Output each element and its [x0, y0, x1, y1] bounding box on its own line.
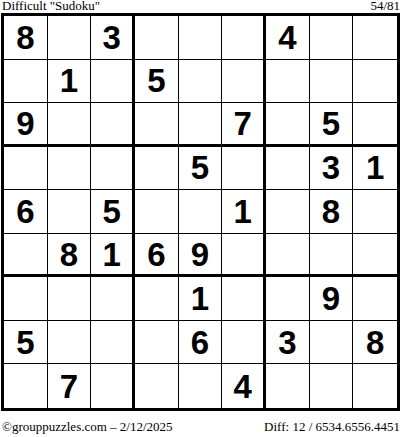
- copyright-text: ©grouppuzzles.com – 2/12/2025: [2, 419, 173, 435]
- cell-r8c3[interactable]: [91, 321, 135, 365]
- cell-r8c7[interactable]: 3: [266, 321, 310, 365]
- cell-r4c6[interactable]: [222, 147, 266, 191]
- page-title: Difficult "Sudoku": [2, 0, 100, 14]
- cell-r5c7[interactable]: [266, 190, 310, 234]
- cell-r3c9[interactable]: [353, 103, 397, 147]
- cell-r8c6[interactable]: [222, 321, 266, 365]
- cell-r6c7[interactable]: [266, 234, 310, 278]
- cell-r2c1[interactable]: [4, 60, 48, 104]
- cell-r9c7[interactable]: [266, 364, 310, 408]
- cell-r9c3[interactable]: [91, 364, 135, 408]
- cell-r4c4[interactable]: [135, 147, 179, 191]
- cell-r6c1[interactable]: [4, 234, 48, 278]
- cell-r5c3[interactable]: 5: [91, 190, 135, 234]
- cell-r1c3[interactable]: 3: [91, 16, 135, 60]
- cell-r8c2[interactable]: [48, 321, 92, 365]
- cell-r2c6[interactable]: [222, 60, 266, 104]
- cell-r1c9[interactable]: [353, 16, 397, 60]
- cell-r6c3[interactable]: 1: [91, 234, 135, 278]
- cell-r7c4[interactable]: [135, 277, 179, 321]
- cell-r2c5[interactable]: [179, 60, 223, 104]
- cell-r3c6[interactable]: 7: [222, 103, 266, 147]
- cell-r6c6[interactable]: [222, 234, 266, 278]
- cell-r1c7[interactable]: 4: [266, 16, 310, 60]
- cell-r6c5[interactable]: 9: [179, 234, 223, 278]
- cell-r9c8[interactable]: [310, 364, 354, 408]
- cell-r6c9[interactable]: [353, 234, 397, 278]
- cell-r3c4[interactable]: [135, 103, 179, 147]
- cell-r2c2[interactable]: 1: [48, 60, 92, 104]
- cell-r6c4[interactable]: 6: [135, 234, 179, 278]
- cell-r1c5[interactable]: [179, 16, 223, 60]
- cell-r3c3[interactable]: [91, 103, 135, 147]
- cell-r7c1[interactable]: [4, 277, 48, 321]
- cell-r4c1[interactable]: [4, 147, 48, 191]
- header: Difficult "Sudoku" 54/81: [2, 0, 400, 14]
- cell-r9c6[interactable]: 4: [222, 364, 266, 408]
- cell-r9c2[interactable]: 7: [48, 364, 92, 408]
- difficulty-text: Diff: 12 / 6534.6556.4451: [264, 419, 400, 435]
- cell-r1c4[interactable]: [135, 16, 179, 60]
- cell-r3c7[interactable]: [266, 103, 310, 147]
- cell-r9c9[interactable]: [353, 364, 397, 408]
- sudoku-page: Difficult "Sudoku" 54/81 834159755316518…: [0, 0, 402, 437]
- remaining-count: 54/81: [370, 0, 400, 14]
- cell-r5c4[interactable]: [135, 190, 179, 234]
- cell-r4c8[interactable]: 3: [310, 147, 354, 191]
- cell-r1c2[interactable]: [48, 16, 92, 60]
- cell-r5c5[interactable]: [179, 190, 223, 234]
- cell-r3c8[interactable]: 5: [310, 103, 354, 147]
- cell-r4c9[interactable]: 1: [353, 147, 397, 191]
- cell-r3c2[interactable]: [48, 103, 92, 147]
- cell-r1c8[interactable]: [310, 16, 354, 60]
- cell-r1c1[interactable]: 8: [4, 16, 48, 60]
- cell-r4c3[interactable]: [91, 147, 135, 191]
- cell-r7c5[interactable]: 1: [179, 277, 223, 321]
- cell-r7c3[interactable]: [91, 277, 135, 321]
- cell-r7c6[interactable]: [222, 277, 266, 321]
- cell-r8c5[interactable]: 6: [179, 321, 223, 365]
- cell-r3c5[interactable]: [179, 103, 223, 147]
- cell-r8c4[interactable]: [135, 321, 179, 365]
- cell-r8c9[interactable]: 8: [353, 321, 397, 365]
- cell-r5c9[interactable]: [353, 190, 397, 234]
- cell-r8c8[interactable]: [310, 321, 354, 365]
- cell-r4c2[interactable]: [48, 147, 92, 191]
- cell-r9c4[interactable]: [135, 364, 179, 408]
- cell-r6c2[interactable]: 8: [48, 234, 92, 278]
- cell-r4c5[interactable]: 5: [179, 147, 223, 191]
- cell-r3c1[interactable]: 9: [4, 103, 48, 147]
- cell-r7c8[interactable]: 9: [310, 277, 354, 321]
- cell-r5c6[interactable]: 1: [222, 190, 266, 234]
- cell-r8c1[interactable]: 5: [4, 321, 48, 365]
- cell-r5c2[interactable]: [48, 190, 92, 234]
- cell-r2c8[interactable]: [310, 60, 354, 104]
- cell-r2c7[interactable]: [266, 60, 310, 104]
- sudoku-board: 834159755316518816919563874: [1, 13, 400, 411]
- cell-r9c5[interactable]: [179, 364, 223, 408]
- cell-r2c3[interactable]: [91, 60, 135, 104]
- cell-r4c7[interactable]: [266, 147, 310, 191]
- cell-r7c2[interactable]: [48, 277, 92, 321]
- cell-r2c9[interactable]: [353, 60, 397, 104]
- cell-r5c1[interactable]: 6: [4, 190, 48, 234]
- cell-r9c1[interactable]: [4, 364, 48, 408]
- cell-r7c9[interactable]: [353, 277, 397, 321]
- footer: ©grouppuzzles.com – 2/12/2025 Diff: 12 /…: [2, 419, 400, 435]
- cell-r2c4[interactable]: 5: [135, 60, 179, 104]
- cell-r6c8[interactable]: [310, 234, 354, 278]
- cell-r7c7[interactable]: [266, 277, 310, 321]
- cell-r5c8[interactable]: 8: [310, 190, 354, 234]
- cell-r1c6[interactable]: [222, 16, 266, 60]
